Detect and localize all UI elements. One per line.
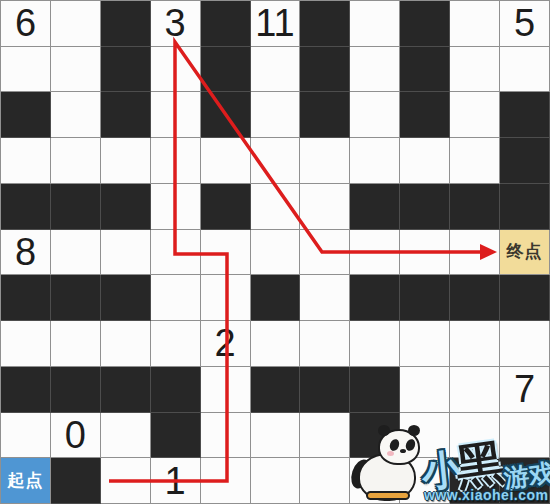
cell-r2c1[interactable] bbox=[51, 92, 101, 138]
cell-r7c2[interactable] bbox=[101, 321, 151, 367]
cell-r3c8[interactable] bbox=[400, 138, 450, 184]
cell-r10c4[interactable] bbox=[201, 458, 251, 504]
cell-r3c3[interactable] bbox=[151, 138, 201, 184]
cell-r4c5[interactable] bbox=[251, 184, 301, 230]
block-cell-r8c7 bbox=[350, 367, 400, 413]
block-cell-r4c9 bbox=[450, 184, 500, 230]
cell-r1c9[interactable] bbox=[450, 47, 500, 93]
cell-r9c1[interactable]: 0 bbox=[51, 413, 101, 459]
cell-r0c9[interactable] bbox=[450, 1, 500, 47]
cell-r9c5[interactable] bbox=[251, 413, 301, 459]
block-cell-r4c0 bbox=[1, 184, 51, 230]
block-cell-r6c0 bbox=[1, 275, 51, 321]
cell-r9c0[interactable] bbox=[1, 413, 51, 459]
block-cell-r4c7 bbox=[350, 184, 400, 230]
cell-r8c8[interactable] bbox=[400, 367, 450, 413]
cell-r3c4[interactable] bbox=[201, 138, 251, 184]
start-cell[interactable]: 起点 bbox=[1, 458, 51, 504]
puzzle-screenshot: 631158终点270起点1 小 黑 游戏 www.xiaohei.com bbox=[0, 0, 550, 504]
block-cell-r8c3 bbox=[151, 367, 201, 413]
cell-r10c6[interactable] bbox=[300, 458, 350, 504]
block-cell-r10c9 bbox=[450, 458, 500, 504]
cell-r3c0[interactable] bbox=[1, 138, 51, 184]
cell-r1c3[interactable] bbox=[151, 47, 201, 93]
block-cell-r6c2 bbox=[101, 275, 151, 321]
cell-r10c2[interactable] bbox=[101, 458, 151, 504]
block-cell-r0c8 bbox=[400, 1, 450, 47]
block-cell-r6c8 bbox=[400, 275, 450, 321]
puzzle-board[interactable]: 631158终点270起点1 bbox=[0, 0, 550, 504]
clue-number-8: 8 bbox=[15, 233, 36, 271]
block-cell-r10c1 bbox=[51, 458, 101, 504]
block-cell-r1c8 bbox=[400, 47, 450, 93]
cell-r1c7[interactable] bbox=[350, 47, 400, 93]
cell-r4c3[interactable] bbox=[151, 184, 201, 230]
block-cell-r2c0 bbox=[1, 92, 51, 138]
clue-number-5: 5 bbox=[514, 4, 535, 42]
cell-r9c10[interactable] bbox=[500, 413, 550, 459]
cell-r3c7[interactable] bbox=[350, 138, 400, 184]
clue-number-1: 1 bbox=[165, 462, 186, 500]
cell-r0c5[interactable]: 11 bbox=[251, 1, 301, 47]
cell-r3c5[interactable] bbox=[251, 138, 301, 184]
cell-r6c6[interactable] bbox=[300, 275, 350, 321]
cell-r5c6[interactable] bbox=[300, 230, 350, 276]
clue-number-7: 7 bbox=[514, 370, 535, 408]
end-cell[interactable]: 终点 bbox=[500, 230, 550, 276]
block-cell-r4c1 bbox=[51, 184, 101, 230]
block-cell-r6c1 bbox=[51, 275, 101, 321]
clue-number-0: 0 bbox=[65, 416, 86, 454]
cell-r0c10[interactable]: 5 bbox=[500, 1, 550, 47]
cell-r9c2[interactable] bbox=[101, 413, 151, 459]
cell-r8c4[interactable] bbox=[201, 367, 251, 413]
block-cell-r4c2 bbox=[101, 184, 151, 230]
cell-r3c1[interactable] bbox=[51, 138, 101, 184]
cell-r5c2[interactable] bbox=[101, 230, 151, 276]
cell-r5c0[interactable]: 8 bbox=[1, 230, 51, 276]
block-cell-r8c2 bbox=[101, 367, 151, 413]
cell-r2c9[interactable] bbox=[450, 92, 500, 138]
cell-r10c8[interactable] bbox=[400, 458, 450, 504]
cell-r2c5[interactable] bbox=[251, 92, 301, 138]
cell-r2c7[interactable] bbox=[350, 92, 400, 138]
block-cell-r1c4 bbox=[201, 47, 251, 93]
block-cell-r8c0 bbox=[1, 367, 51, 413]
block-cell-r4c4 bbox=[201, 184, 251, 230]
cell-r1c10[interactable] bbox=[500, 47, 550, 93]
cell-r10c3[interactable]: 1 bbox=[151, 458, 201, 504]
cell-r8c9[interactable] bbox=[450, 367, 500, 413]
cell-r2c3[interactable] bbox=[151, 92, 201, 138]
block-cell-r1c2 bbox=[101, 47, 151, 93]
block-cell-r6c9 bbox=[450, 275, 500, 321]
block-cell-r4c10 bbox=[500, 184, 550, 230]
block-cell-r9c3 bbox=[151, 413, 201, 459]
cell-r10c5[interactable] bbox=[251, 458, 301, 504]
cell-r8c10[interactable]: 7 bbox=[500, 367, 550, 413]
cell-r6c3[interactable] bbox=[151, 275, 201, 321]
cell-r5c5[interactable] bbox=[251, 230, 301, 276]
block-cell-r6c5 bbox=[251, 275, 301, 321]
block-cell-r6c7 bbox=[350, 275, 400, 321]
block-cell-r2c2 bbox=[101, 92, 151, 138]
cell-r7c3[interactable] bbox=[151, 321, 201, 367]
cell-r5c7[interactable] bbox=[350, 230, 400, 276]
cell-r6c4[interactable] bbox=[201, 275, 251, 321]
cell-r1c1[interactable] bbox=[51, 47, 101, 93]
block-cell-r4c8 bbox=[400, 184, 450, 230]
cell-r9c9[interactable] bbox=[450, 413, 500, 459]
cell-r7c8[interactable] bbox=[400, 321, 450, 367]
block-cell-r0c2 bbox=[101, 1, 151, 47]
cell-r7c5[interactable] bbox=[251, 321, 301, 367]
block-cell-r6c10 bbox=[500, 275, 550, 321]
cell-r5c1[interactable] bbox=[51, 230, 101, 276]
block-cell-r2c10 bbox=[500, 92, 550, 138]
cell-r3c6[interactable] bbox=[300, 138, 350, 184]
cell-r7c7[interactable] bbox=[350, 321, 400, 367]
clue-number-11: 11 bbox=[255, 4, 294, 42]
block-cell-r10c10 bbox=[500, 458, 550, 504]
cell-r10c7[interactable] bbox=[350, 458, 400, 504]
cell-r5c8[interactable] bbox=[400, 230, 450, 276]
block-cell-r0c6 bbox=[300, 1, 350, 47]
cell-r7c6[interactable] bbox=[300, 321, 350, 367]
block-cell-r8c5 bbox=[251, 367, 301, 413]
cell-r1c0[interactable] bbox=[1, 47, 51, 93]
block-cell-r8c1 bbox=[51, 367, 101, 413]
block-cell-r2c8 bbox=[400, 92, 450, 138]
cell-r7c1[interactable] bbox=[51, 321, 101, 367]
cell-r0c7[interactable] bbox=[350, 1, 400, 47]
block-cell-r0c4 bbox=[201, 1, 251, 47]
block-cell-r2c6 bbox=[300, 92, 350, 138]
cell-r0c1[interactable] bbox=[51, 1, 101, 47]
block-cell-r9c7 bbox=[350, 413, 400, 459]
cell-r7c9[interactable] bbox=[450, 321, 500, 367]
cell-r0c0[interactable]: 6 bbox=[1, 1, 51, 47]
clue-number-2: 2 bbox=[215, 324, 236, 362]
block-cell-r2c4 bbox=[201, 92, 251, 138]
cell-r4c6[interactable] bbox=[300, 184, 350, 230]
block-cell-r3c10 bbox=[500, 138, 550, 184]
cell-r9c6[interactable] bbox=[300, 413, 350, 459]
start-label: 起点 bbox=[7, 472, 43, 489]
cell-r3c9[interactable] bbox=[450, 138, 500, 184]
cell-r7c4[interactable]: 2 bbox=[201, 321, 251, 367]
clue-number-6: 6 bbox=[15, 4, 36, 42]
cell-r1c5[interactable] bbox=[251, 47, 301, 93]
end-label: 终点 bbox=[507, 243, 543, 260]
cell-r9c4[interactable] bbox=[201, 413, 251, 459]
cell-r5c4[interactable] bbox=[201, 230, 251, 276]
cell-r7c10[interactable] bbox=[500, 321, 550, 367]
block-cell-r1c6 bbox=[300, 47, 350, 93]
cell-r5c9[interactable] bbox=[450, 230, 500, 276]
cell-r5c3[interactable] bbox=[151, 230, 201, 276]
cell-r9c8[interactable] bbox=[400, 413, 450, 459]
cell-r3c2[interactable] bbox=[101, 138, 151, 184]
cell-r7c0[interactable] bbox=[1, 321, 51, 367]
cell-r0c3[interactable]: 3 bbox=[151, 1, 201, 47]
block-cell-r8c6 bbox=[300, 367, 350, 413]
clue-number-3: 3 bbox=[165, 4, 186, 42]
